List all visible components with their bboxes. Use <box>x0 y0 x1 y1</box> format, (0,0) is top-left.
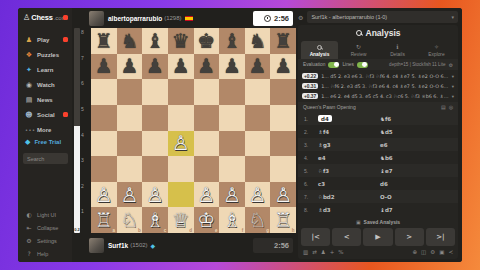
square-a6[interactable] <box>91 79 117 105</box>
rank-label-6: 6 <box>81 79 91 105</box>
opening-book-icon[interactable]: ▤ <box>441 104 446 110</box>
watch-icon: ◉ <box>25 81 33 89</box>
share-icon[interactable]: ≺ <box>448 250 453 256</box>
sidebar-item-more[interactable]: •••More <box>18 122 72 137</box>
square-h1[interactable]: ♖h <box>270 207 296 233</box>
square-b4[interactable] <box>117 131 143 157</box>
sidebar-item-label: Settings <box>37 238 57 244</box>
black-rook[interactable]: ♜ <box>274 31 292 51</box>
more-icon: ••• <box>25 127 33 133</box>
sidebar-item-label: Social <box>37 112 55 118</box>
nav-first-button[interactable]: |< <box>301 228 330 246</box>
bottom-player-clock: 2:56 <box>253 238 293 253</box>
black-move[interactable]: O-O <box>380 194 442 200</box>
engine-eval-badge: +0.22 <box>302 73 318 79</box>
analysis-title: Analysis <box>366 28 401 38</box>
sidebar-item-collapse[interactable]: ⇤Collapse <box>18 221 72 234</box>
rank-labels: 87654321 <box>81 28 91 233</box>
black-move[interactable]: ♝d7 <box>380 207 442 213</box>
top-player-rating: (1298) <box>164 15 181 21</box>
rank-label-7: 7 <box>81 54 91 80</box>
sidebar-item-label: Watch <box>37 82 55 88</box>
tab-analysis[interactable]: Analysis <box>301 41 338 59</box>
square-e7[interactable]: ♟ <box>194 54 220 80</box>
tab-label: Analysis <box>310 52 330 57</box>
black-move[interactable]: d6 <box>380 181 442 187</box>
clock-icon <box>264 15 271 22</box>
white-pawn[interactable]: ♙ <box>274 185 292 205</box>
square-e6[interactable] <box>194 79 220 105</box>
square-h6[interactable] <box>270 79 296 105</box>
sidebar-item-learn[interactable]: ✦Learn <box>18 62 72 77</box>
explore-tab-icon: ✧ <box>434 44 439 51</box>
rank-label-2: 2 <box>81 182 91 208</box>
white-pawn[interactable]: ♙ <box>120 185 138 205</box>
help-icon: ? <box>25 250 33 257</box>
sidebar-item-watch[interactable]: ◉Watch <box>18 77 72 92</box>
bottom-player-avatar[interactable] <box>89 238 104 253</box>
black-move[interactable]: ♞d5 <box>380 129 442 135</box>
sidebar-item-label: Help <box>37 251 48 257</box>
white-pawn[interactable]: ♙ <box>223 185 241 205</box>
engine-line-2[interactable]: +0.311... ♘f6 2. e3 d5 3. ♘f3 e6 4. c4 ♗… <box>302 82 454 91</box>
news-icon: ▤ <box>25 96 33 104</box>
zoom-icon[interactable]: ⊕ <box>412 250 417 256</box>
square-g1[interactable]: ♘g <box>245 207 271 233</box>
free-trial-label: Free Trial <box>34 139 61 145</box>
dice-icon[interactable]: % <box>338 250 343 256</box>
chess-board: ♜♞♝♛♚♝♞♜♟♟♟♟♟♟♟♟♙♙♙♙♙♙♙♙♖a♘b♗c♕d♔e♗f♘g♖h <box>91 28 296 233</box>
square-g4[interactable] <box>245 131 271 157</box>
engine-line-3[interactable]: +0.371... e6 2. e4 d5 3. e5 c5 4. c3 ♘c6… <box>302 92 454 101</box>
footer-icons-right: ⊕◫⚙▣≺ <box>412 250 453 256</box>
black-pawn[interactable]: ♟ <box>146 56 164 76</box>
square-f5[interactable] <box>219 105 245 131</box>
logo-pawn-icon: ♙ <box>23 13 30 22</box>
settings-icon[interactable]: ⚙ <box>430 250 435 256</box>
file-label-e: e <box>215 228 218 233</box>
rank-label-8: 8 <box>81 28 91 54</box>
square-f8[interactable]: ♝ <box>219 28 245 54</box>
nav-next-button[interactable]: > <box>395 228 424 246</box>
tab-details[interactable]: ℹDetails <box>379 41 416 59</box>
move-row: 4.e4♞b6 <box>298 151 458 164</box>
chart-icon[interactable]: ▥ <box>303 250 308 256</box>
footer-icons-left: ▥⇄♟+% <box>303 250 344 256</box>
square-c8[interactable]: ♝ <box>142 28 168 54</box>
white-move[interactable]: d4 <box>318 116 380 122</box>
rank-label-5: 5 <box>81 105 91 131</box>
free-trial-button[interactable]: ◆ Free Trial <box>25 138 61 146</box>
evaluation-toggle-label: Evaluation <box>303 62 325 67</box>
engine-lines: +0.221... d5 2. e3 e6 3. ♘f3 ♘f6 4. c4 ♗… <box>298 70 458 102</box>
square-a1[interactable]: ♖a <box>91 207 117 233</box>
top-clock-time: 2:56 <box>274 14 289 23</box>
library-icon[interactable]: ◫ <box>421 250 426 256</box>
evaluation-toggle[interactable] <box>328 62 339 68</box>
square-a4[interactable] <box>91 131 117 157</box>
move-row: 2.♗f4♞d5 <box>298 125 458 138</box>
white-pawn[interactable]: ♙ <box>249 185 267 205</box>
square-a8[interactable]: ♜ <box>91 28 117 54</box>
square-e5[interactable] <box>194 105 220 131</box>
flip-icon[interactable]: ⇄ <box>312 250 317 256</box>
sidebar-footer-items: ◐Light UI⇤Collapse⚙Settings?Help <box>18 208 72 260</box>
black-move[interactable]: e6 <box>380 142 442 148</box>
white-pawn[interactable]: ♙ <box>172 133 190 153</box>
engine-line-1[interactable]: +0.221... d5 2. e3 e6 3. ♘f3 ♘f6 4. c4 ♗… <box>302 72 454 81</box>
eval-black-section <box>74 28 80 126</box>
white-rook[interactable]: ♖ <box>274 210 292 230</box>
square-h2[interactable]: ♙ <box>270 182 296 208</box>
square-b1[interactable]: ♘b <box>117 207 143 233</box>
tab-label: Details <box>390 52 405 57</box>
chesscom-logo[interactable]: ♙ Chess .com <box>23 13 67 22</box>
square-h4[interactable] <box>270 131 296 157</box>
square-g2[interactable]: ♙ <box>245 182 271 208</box>
square-h3[interactable] <box>270 156 296 182</box>
analysis-panel: ⚙ Surf1k - albertoparrarubio (1-0) ▾ Ana… <box>296 8 462 262</box>
square-b8[interactable]: ♞ <box>117 28 143 54</box>
panel-top-row: ⚙ Surf1k - albertoparrarubio (1-0) ▾ <box>296 10 462 24</box>
camera-icon[interactable]: ▣ <box>439 250 444 256</box>
white-move[interactable]: ♗f4 <box>318 129 380 135</box>
lines-toggle[interactable] <box>357 62 368 68</box>
engine-line-moves: 1... ♘f6 2. e3 d5 3. ♘f3 e6 4. c4 ♗e7 5.… <box>321 84 449 89</box>
square-a3[interactable] <box>91 156 117 182</box>
square-d4[interactable]: ♙ <box>168 131 194 157</box>
move-number: 1. <box>304 116 318 122</box>
sidebar-item-label: Learn <box>37 67 53 73</box>
evaluation-bar: 0.2 <box>74 28 80 233</box>
square-b7[interactable]: ♟ <box>117 54 143 80</box>
tab-label: Review <box>351 52 367 57</box>
white-move[interactable]: ♘bd2 <box>318 194 380 200</box>
analysis-magnifier-icon <box>356 30 362 36</box>
square-c5[interactable] <box>142 105 168 131</box>
black-pawn[interactable]: ♟ <box>120 56 138 76</box>
file-label-d: d <box>189 228 192 233</box>
tab-explore[interactable]: ✧Explore <box>418 41 455 59</box>
selected-move: d4 <box>318 115 332 122</box>
light-icon: ◐ <box>25 211 33 218</box>
square-d8[interactable]: ♛ <box>168 28 194 54</box>
lines-toggle-label: Lines <box>342 62 353 67</box>
black-king[interactable]: ♚ <box>197 31 215 51</box>
move-number: 3. <box>304 142 318 148</box>
white-pawn[interactable]: ♙ <box>146 185 164 205</box>
sidebar-item-light-ui[interactable]: ◐Light UI <box>18 208 72 221</box>
opening-row: Queen's Pawn Opening ▤ ◎ <box>298 102 458 113</box>
spain-flag-icon <box>185 16 193 21</box>
chevron-down-icon[interactable]: ▾ <box>452 84 454 89</box>
diamond-membership-icon: ◆ <box>151 242 156 249</box>
square-d3[interactable] <box>168 156 194 182</box>
top-player-avatar[interactable] <box>89 11 104 26</box>
black-pawn[interactable]: ♟ <box>197 56 215 76</box>
square-f3[interactable] <box>219 156 245 182</box>
puzzles-icon: ❖ <box>25 51 33 59</box>
square-b2[interactable]: ♙ <box>117 182 143 208</box>
analysis-header: Analysis <box>298 25 458 41</box>
board-area: albertoparrarubio (1298) 2:56 0.2 876543… <box>72 8 296 262</box>
move-number: 4. <box>304 155 318 161</box>
bottom-clock-time: 2:56 <box>274 241 289 250</box>
black-bishop[interactable]: ♝ <box>223 31 241 51</box>
file-label-h: h <box>292 228 295 233</box>
add-icon[interactable]: + <box>330 250 335 256</box>
sidebar-item-label: Collapse <box>37 225 58 231</box>
analysis-tab-icon <box>317 44 322 51</box>
square-c4[interactable] <box>142 131 168 157</box>
social-icon: ☻ <box>25 111 33 119</box>
square-b5[interactable] <box>117 105 143 131</box>
file-label-a: a <box>113 228 116 233</box>
square-g5[interactable] <box>245 105 271 131</box>
square-g6[interactable] <box>245 79 271 105</box>
file-label-f: f <box>242 228 244 233</box>
white-king[interactable]: ♔ <box>197 210 215 230</box>
square-a5[interactable] <box>91 105 117 131</box>
white-bishop[interactable]: ♗ <box>223 210 241 230</box>
move-number: 5. <box>304 168 318 174</box>
white-move[interactable]: e4 <box>318 155 380 161</box>
opening-name: Queen's Pawn Opening <box>303 104 438 110</box>
square-b6[interactable] <box>117 79 143 105</box>
sidebar-item-label: More <box>37 127 51 133</box>
notification-badge <box>63 112 68 117</box>
square-f6[interactable] <box>219 79 245 105</box>
play-icon: ♟ <box>25 36 33 44</box>
rank-label-3: 3 <box>81 156 91 182</box>
sidebar-item-puzzles[interactable]: ❖Puzzles <box>18 47 72 62</box>
white-pawn[interactable]: ♙ <box>95 185 113 205</box>
square-c7[interactable]: ♟ <box>142 54 168 80</box>
pieces-icon[interactable]: ♟ <box>321 250 326 256</box>
eval-value: 0.2 <box>74 227 80 232</box>
saved-analysis-row[interactable]: ▣ Saved Analysis <box>298 216 458 227</box>
move-list: 1.d4♞f62.♗f4♞d53.♗g3e64.e4♞b65.♘f3♝e76.c… <box>298 113 458 217</box>
bottom-player-rating: (1502) <box>130 242 147 248</box>
square-e3[interactable] <box>194 156 220 182</box>
white-knight[interactable]: ♘ <box>120 210 138 230</box>
top-player-name[interactable]: albertoparrarubio <box>108 15 162 22</box>
move-navigation: |<<▶>>| <box>298 227 458 247</box>
move-row: 6.c3d6 <box>298 177 458 190</box>
sidebar-item-news[interactable]: ▤News <box>18 92 72 107</box>
eval-white-section: 0.2 <box>74 126 80 233</box>
white-move[interactable]: ♗g3 <box>318 142 380 148</box>
move-number: 7. <box>304 194 318 200</box>
square-h5[interactable] <box>270 105 296 131</box>
top-player-bar: albertoparrarubio (1298) 2:56 <box>72 8 296 28</box>
square-h8[interactable]: ♜ <box>270 28 296 54</box>
square-b3[interactable] <box>117 156 143 182</box>
sidebar-item-settings[interactable]: ⚙Settings <box>18 234 72 247</box>
game-select-dropdown[interactable]: Surf1k - albertoparrarubio (1-0) ▾ <box>307 11 458 23</box>
engine-eval-badge: +0.31 <box>302 83 318 89</box>
move-number: 2. <box>304 129 318 135</box>
sidebar-items: ♟Play❖Puzzles✦Learn◉Watch▤News☻Social•••… <box>18 32 72 137</box>
square-g7[interactable]: ♟ <box>245 54 271 80</box>
white-move[interactable]: c3 <box>318 181 380 187</box>
square-d1[interactable]: ♕d <box>168 207 194 233</box>
move-row: 3.♗g3e6 <box>298 138 458 151</box>
engine-line-moves: 1... e6 2. e4 d5 3. e5 c5 4. c3 ♘c6 5. ♘… <box>321 94 449 99</box>
sidebar-item-label: Light UI <box>37 212 56 218</box>
black-move[interactable]: ♞b6 <box>380 155 442 161</box>
settings-icon: ⚙ <box>25 237 33 244</box>
tab-review[interactable]: ↻Review <box>340 41 377 59</box>
square-c2[interactable]: ♙ <box>142 182 168 208</box>
move-number: 6. <box>304 181 318 187</box>
rank-label-4: 4 <box>81 131 91 157</box>
square-f4[interactable] <box>219 131 245 157</box>
black-pawn[interactable]: ♟ <box>172 56 190 76</box>
black-knight[interactable]: ♞ <box>120 31 138 51</box>
panel-footer-icons: ▥⇄♟+% ⊕◫⚙▣≺ <box>298 247 458 259</box>
square-g8[interactable]: ♞ <box>245 28 271 54</box>
top-player-clock: 2:56 <box>253 11 293 26</box>
nav-play-button[interactable]: ▶ <box>363 228 392 246</box>
tab-label: Explore <box>428 52 444 57</box>
square-f7[interactable]: ♟ <box>219 54 245 80</box>
move-row: 7.♘bd2O-O <box>298 190 458 203</box>
learn-icon: ✦ <box>25 66 33 74</box>
square-d2[interactable] <box>168 182 194 208</box>
file-label-g: g <box>266 228 269 233</box>
sidebar-item-help[interactable]: ?Help <box>18 247 72 260</box>
rank-label-1: 1 <box>81 207 91 233</box>
chevron-down-icon[interactable]: ▾ <box>452 94 454 99</box>
black-bishop[interactable]: ♝ <box>146 31 164 51</box>
file-label-c: c <box>164 228 167 233</box>
square-f1[interactable]: ♗f <box>219 207 245 233</box>
square-c1[interactable]: ♗c <box>142 207 168 233</box>
save-icon: ▣ <box>356 219 361 225</box>
sidebar-item-label: News <box>37 97 53 103</box>
black-knight[interactable]: ♞ <box>249 31 267 51</box>
move-number: 8. <box>304 207 318 213</box>
black-queen[interactable]: ♛ <box>172 31 190 51</box>
search-input[interactable] <box>23 153 68 164</box>
sidebar-item-label: Puzzles <box>37 52 59 58</box>
white-rook[interactable]: ♖ <box>95 210 113 230</box>
chevron-down-icon[interactable]: ▾ <box>452 74 454 79</box>
engine-settings-icon[interactable]: ⚙ <box>449 62 453 68</box>
board-settings-icon[interactable]: ⚙ <box>298 14 303 21</box>
square-e1[interactable]: ♔e <box>194 207 220 233</box>
diamond-icon: ◆ <box>25 138 30 146</box>
saved-analysis-label: Saved Analysis <box>364 219 401 225</box>
white-queen[interactable]: ♕ <box>172 210 190 230</box>
bottom-player-bar: Surf1k (1502) ◆ 2:56 <box>72 233 296 257</box>
white-move[interactable]: ♘f3 <box>318 168 380 174</box>
analysis-card: Analysis Analysis↻ReviewℹDetails✧Explore… <box>298 25 458 259</box>
square-e2[interactable]: ♙ <box>194 182 220 208</box>
square-c6[interactable] <box>142 79 168 105</box>
details-tab-icon: ℹ <box>396 44 398 51</box>
move-row: 5.♘f3♝e7 <box>298 164 458 177</box>
square-e4[interactable] <box>194 131 220 157</box>
square-g3[interactable] <box>245 156 271 182</box>
move-row: 1.d4♞f6 <box>298 113 458 126</box>
chess-app-window: ♙ Chess .com ♟Play❖Puzzles✦Learn◉Watch▤N… <box>18 8 462 262</box>
magnifier-glyph <box>317 45 322 50</box>
move-row: 8.♗d3♝d7 <box>298 203 458 216</box>
square-a7[interactable]: ♟ <box>91 54 117 80</box>
game-select-value: Surf1k - albertoparrarubio (1-0) <box>311 14 451 20</box>
square-d6[interactable] <box>168 79 194 105</box>
nav-last-button[interactable]: >| <box>426 228 455 246</box>
logo-notification-badge <box>63 15 68 20</box>
square-f2[interactable]: ♙ <box>219 182 245 208</box>
square-h7[interactable]: ♟ <box>270 54 296 80</box>
white-move[interactable]: ♗d3 <box>318 207 380 213</box>
collapse-icon: ⇤ <box>25 224 33 231</box>
chevron-down-icon: ▾ <box>451 14 454 20</box>
square-d5[interactable] <box>168 105 194 131</box>
review-tab-icon: ↻ <box>356 44 361 51</box>
engine-line-moves: 1... d5 2. e3 e6 3. ♘f3 ♘f6 4. c4 ♗e7 5.… <box>321 74 449 79</box>
white-pawn[interactable]: ♙ <box>197 185 215 205</box>
file-label-b: b <box>138 228 141 233</box>
engine-eval-badge: +0.37 <box>302 93 318 99</box>
white-bishop[interactable]: ♗ <box>146 210 164 230</box>
black-move[interactable]: ♝e7 <box>380 168 442 174</box>
sidebar-item-label: Play <box>37 37 49 43</box>
square-a2[interactable]: ♙ <box>91 182 117 208</box>
sidebar-item-play[interactable]: ♟Play <box>18 32 72 47</box>
black-move[interactable]: ♞f6 <box>380 116 442 122</box>
bottom-player-name[interactable]: Surf1k <box>108 242 128 249</box>
logo-brand: Chess <box>31 13 53 22</box>
white-knight[interactable]: ♘ <box>249 210 267 230</box>
black-pawn[interactable]: ♟ <box>223 56 241 76</box>
black-pawn[interactable]: ♟ <box>249 56 267 76</box>
engine-info: depth=15 | Stockfish 11 Lite <box>389 62 445 67</box>
black-pawn[interactable]: ♟ <box>95 56 113 76</box>
square-c3[interactable] <box>142 156 168 182</box>
nav-previous-button[interactable]: < <box>332 228 361 246</box>
square-d7[interactable]: ♟ <box>168 54 194 80</box>
sidebar: ♙ Chess .com ♟Play❖Puzzles✦Learn◉Watch▤N… <box>18 8 72 262</box>
analysis-tabs: Analysis↻ReviewℹDetails✧Explore <box>298 41 458 59</box>
notification-badge <box>63 37 68 42</box>
opening-explorer-icon[interactable]: ◎ <box>449 104 453 110</box>
black-rook[interactable]: ♜ <box>95 31 113 51</box>
square-e8[interactable]: ♚ <box>194 28 220 54</box>
sidebar-item-social[interactable]: ☻Social <box>18 107 72 122</box>
engine-toggles-row: Evaluation Lines depth=15 | Stockfish 11… <box>298 59 458 70</box>
black-pawn[interactable]: ♟ <box>274 56 292 76</box>
